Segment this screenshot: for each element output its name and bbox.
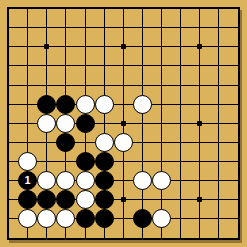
star-point <box>197 121 202 126</box>
black-stone[interactable] <box>95 190 114 209</box>
star-point <box>121 44 126 49</box>
black-stone[interactable] <box>56 190 75 209</box>
white-stone[interactable] <box>114 133 133 152</box>
grid-line-horizontal <box>8 238 239 239</box>
black-stone[interactable] <box>76 114 95 133</box>
white-stone[interactable] <box>37 171 56 190</box>
white-stone[interactable] <box>76 95 95 114</box>
star-point <box>197 44 202 49</box>
star-point <box>121 121 126 126</box>
grid-line-vertical <box>238 8 239 239</box>
star-point <box>121 197 126 202</box>
go-board-screenshot: 1 <box>0 0 247 247</box>
white-stone[interactable] <box>56 209 75 228</box>
white-stone[interactable] <box>37 209 56 228</box>
white-stone[interactable] <box>152 171 171 190</box>
white-stone[interactable] <box>133 171 152 190</box>
move-number-label: 1 <box>25 175 31 186</box>
black-stone[interactable]: 1 <box>18 171 37 190</box>
black-stone[interactable] <box>18 190 37 209</box>
black-stone[interactable] <box>133 209 152 228</box>
go-board[interactable]: 1 <box>0 0 247 247</box>
white-stone[interactable] <box>56 114 75 133</box>
white-stone[interactable] <box>56 171 75 190</box>
grid-line-vertical <box>161 8 162 239</box>
black-stone[interactable] <box>56 133 75 152</box>
grid-line-horizontal <box>8 46 239 47</box>
white-stone[interactable] <box>76 190 95 209</box>
grid-line-vertical <box>8 8 9 239</box>
white-stone[interactable] <box>133 95 152 114</box>
grid-line-vertical <box>199 8 200 239</box>
grid-line-horizontal <box>8 65 239 66</box>
star-point <box>44 44 49 49</box>
black-stone[interactable] <box>76 209 95 228</box>
grid-line-vertical <box>218 8 219 239</box>
grid-line-horizontal <box>8 85 239 86</box>
white-stone[interactable] <box>18 209 37 228</box>
star-point <box>197 197 202 202</box>
grid-line-horizontal <box>8 161 239 162</box>
grid-line-horizontal <box>8 27 239 28</box>
black-stone[interactable] <box>95 171 114 190</box>
white-stone[interactable] <box>37 114 56 133</box>
white-stone[interactable] <box>152 209 171 228</box>
black-stone[interactable] <box>56 95 75 114</box>
grid-line-vertical <box>142 8 143 239</box>
black-stone[interactable] <box>95 152 114 171</box>
grid-line-vertical <box>180 8 181 239</box>
black-stone[interactable] <box>95 209 114 228</box>
black-stone[interactable] <box>37 190 56 209</box>
white-stone[interactable] <box>95 95 114 114</box>
white-stone[interactable] <box>95 133 114 152</box>
black-stone[interactable] <box>37 95 56 114</box>
white-stone[interactable] <box>76 171 95 190</box>
black-stone[interactable] <box>76 152 95 171</box>
white-stone[interactable] <box>18 152 37 171</box>
grid-line-horizontal <box>8 8 239 9</box>
grid-line-vertical <box>123 8 124 239</box>
